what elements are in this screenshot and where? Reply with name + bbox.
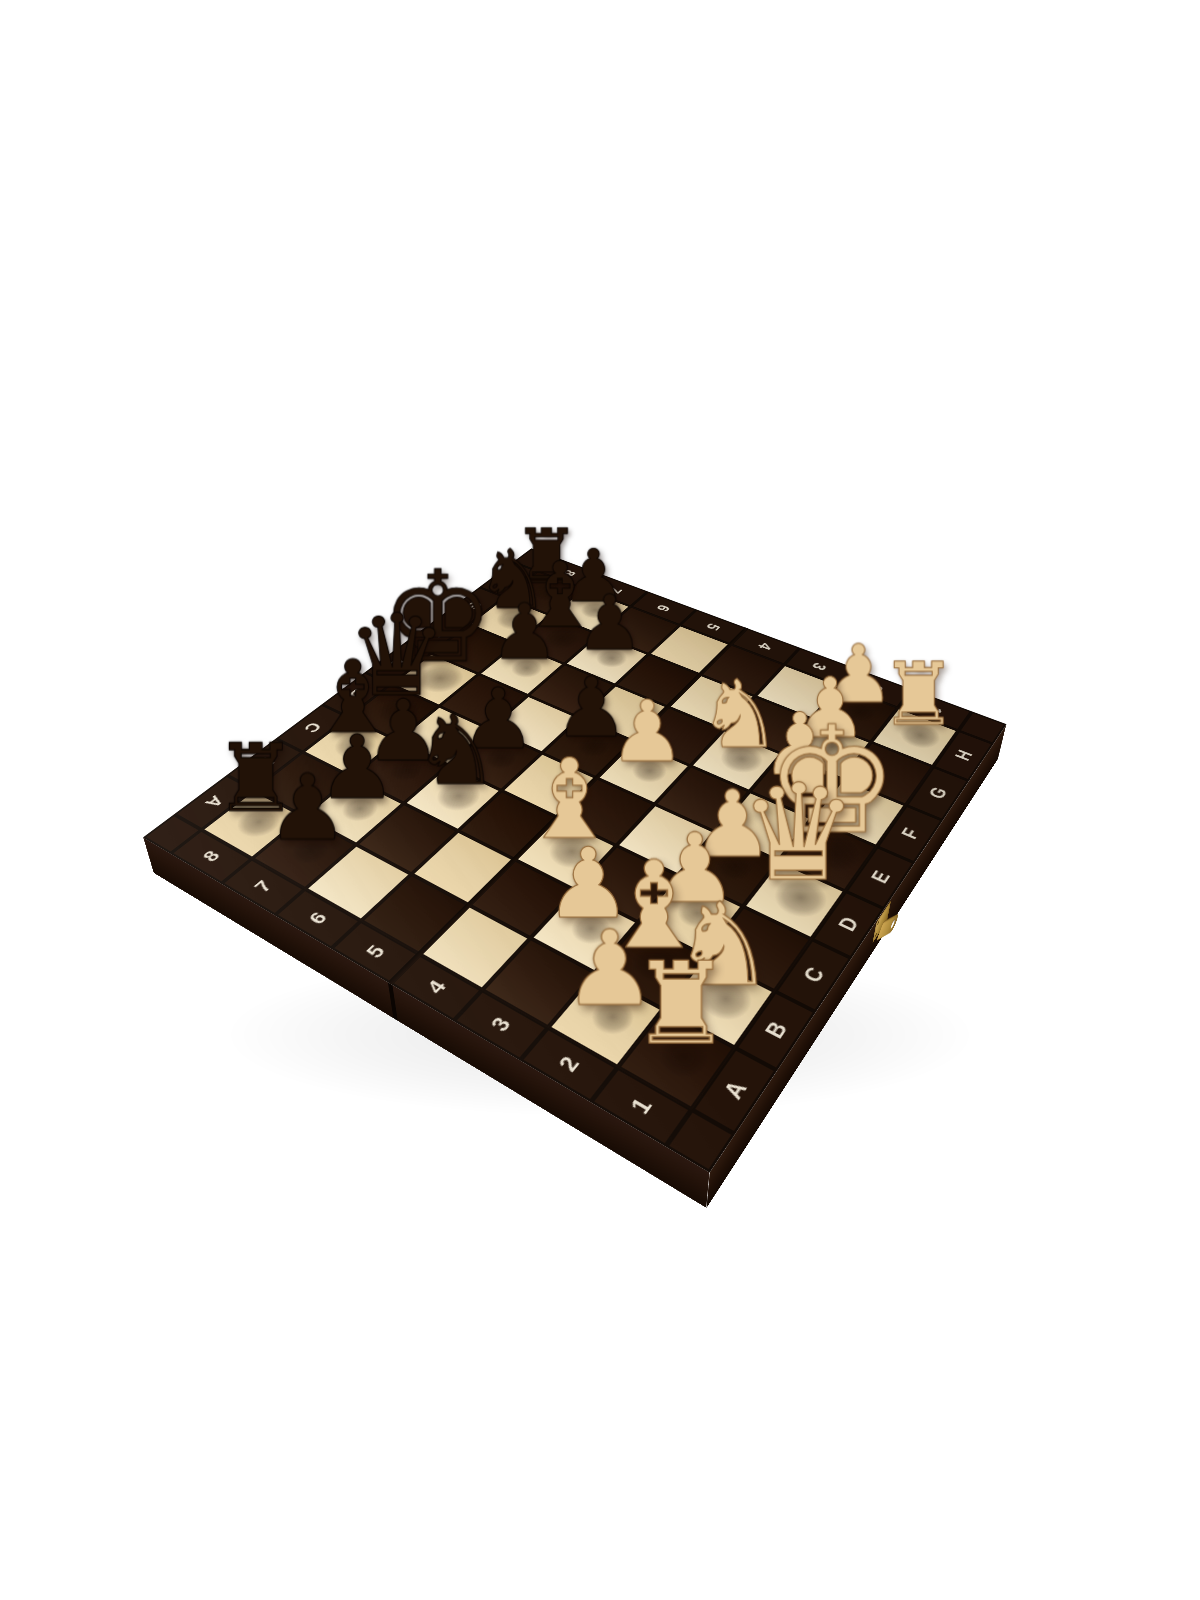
file-label-top-d-text: D bbox=[345, 688, 368, 701]
piece-white-rook-a1[interactable]: ♜ bbox=[630, 947, 731, 1060]
file-label-top-f-text: F bbox=[427, 628, 447, 639]
scene: AABBCCDDEEFFGGHH8877665544332211 ♜♟♞♝♟♟♚… bbox=[0, 0, 1200, 1600]
rank-label-right-5-text: 5 bbox=[704, 622, 724, 632]
rank-label-right-1-text: 1 bbox=[924, 704, 946, 716]
file-label-top-e-text: E bbox=[388, 657, 410, 669]
clasp-hole bbox=[890, 919, 896, 929]
file-label-top-h-text: H bbox=[499, 574, 519, 584]
rank-label-right-3-text: 3 bbox=[809, 661, 830, 672]
rank-label-right-4-text: 4 bbox=[755, 641, 775, 652]
rank-label-right-7-text: 7 bbox=[606, 585, 625, 594]
piece-black-pawn-f7[interactable]: ♟ bbox=[490, 593, 559, 670]
file-label-bottom-h-text: H bbox=[952, 748, 976, 763]
rank-label-right-2-text: 2 bbox=[865, 682, 886, 694]
left-face-seam bbox=[388, 982, 398, 1021]
rank-label-right-8-text: 8 bbox=[560, 568, 579, 577]
rank-label-right-6-text: 6 bbox=[654, 603, 673, 613]
file-label-top-g-text: G bbox=[464, 600, 485, 612]
piece-black-pawn-a7[interactable]: ♟ bbox=[267, 762, 348, 853]
piece-black-knight-c6[interactable]: ♞ bbox=[413, 702, 500, 799]
piece-white-pawn-e4[interactable]: ♟ bbox=[609, 689, 685, 774]
